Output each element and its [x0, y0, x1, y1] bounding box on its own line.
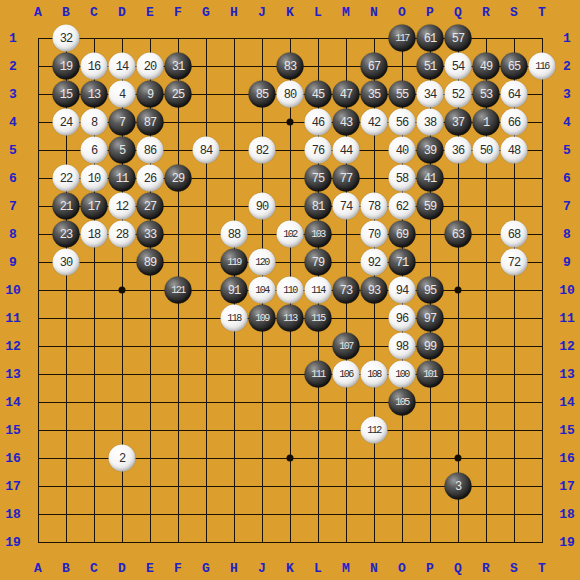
point-G19[interactable]	[192, 528, 220, 556]
point-C6[interactable]: 10	[80, 164, 108, 192]
point-H18[interactable]	[220, 500, 248, 528]
black-stone-F3[interactable]: 25	[165, 81, 192, 108]
point-F16[interactable]	[164, 444, 192, 472]
black-stone-D5[interactable]: 5	[109, 137, 136, 164]
white-stone-C4[interactable]: 8	[81, 109, 108, 136]
point-F2[interactable]: 31	[164, 52, 192, 80]
point-B4[interactable]: 24	[52, 108, 80, 136]
white-stone-S9[interactable]: 72	[501, 249, 528, 276]
white-stone-O11[interactable]: 96	[389, 305, 416, 332]
black-stone-J11[interactable]: 109	[249, 305, 276, 332]
point-N14[interactable]	[360, 388, 388, 416]
point-F9[interactable]	[164, 248, 192, 276]
point-A11[interactable]	[24, 304, 52, 332]
white-stone-Q2[interactable]: 54	[445, 53, 472, 80]
white-stone-H8[interactable]: 88	[221, 221, 248, 248]
point-S14[interactable]	[500, 388, 528, 416]
white-stone-H11[interactable]: 118	[221, 305, 248, 332]
white-stone-M5[interactable]: 44	[333, 137, 360, 164]
point-E18[interactable]	[136, 500, 164, 528]
point-B3[interactable]: 15	[52, 80, 80, 108]
point-K14[interactable]	[276, 388, 304, 416]
point-B13[interactable]	[52, 360, 80, 388]
point-D2[interactable]: 14	[108, 52, 136, 80]
point-Q13[interactable]	[444, 360, 472, 388]
point-M13[interactable]: 106	[332, 360, 360, 388]
point-J10[interactable]: 104	[248, 276, 276, 304]
point-L1[interactable]	[304, 24, 332, 52]
point-M8[interactable]	[332, 220, 360, 248]
point-L6[interactable]: 75	[304, 164, 332, 192]
black-stone-F2[interactable]: 31	[165, 53, 192, 80]
point-O7[interactable]: 62	[388, 192, 416, 220]
point-N3[interactable]: 35	[360, 80, 388, 108]
point-S3[interactable]: 64	[500, 80, 528, 108]
white-stone-D8[interactable]: 28	[109, 221, 136, 248]
point-S10[interactable]	[500, 276, 528, 304]
point-Q1[interactable]: 57	[444, 24, 472, 52]
point-R11[interactable]	[472, 304, 500, 332]
point-Q12[interactable]	[444, 332, 472, 360]
point-Q10[interactable]	[444, 276, 472, 304]
black-stone-N10[interactable]: 93	[361, 277, 388, 304]
point-E19[interactable]	[136, 528, 164, 556]
white-stone-C5[interactable]: 6	[81, 137, 108, 164]
point-J19[interactable]	[248, 528, 276, 556]
white-stone-B6[interactable]: 22	[53, 165, 80, 192]
black-stone-Q17[interactable]: 3	[445, 473, 472, 500]
white-stone-N9[interactable]: 92	[361, 249, 388, 276]
point-O14[interactable]: 105	[388, 388, 416, 416]
black-stone-O1[interactable]: 117	[389, 25, 416, 52]
point-A2[interactable]	[24, 52, 52, 80]
point-D17[interactable]	[108, 472, 136, 500]
point-M15[interactable]	[332, 416, 360, 444]
point-B10[interactable]	[52, 276, 80, 304]
point-C7[interactable]: 17	[80, 192, 108, 220]
point-T7[interactable]	[528, 192, 556, 220]
point-G4[interactable]	[192, 108, 220, 136]
point-M6[interactable]: 77	[332, 164, 360, 192]
point-R1[interactable]	[472, 24, 500, 52]
white-stone-P4[interactable]: 38	[417, 109, 444, 136]
point-C13[interactable]	[80, 360, 108, 388]
point-T6[interactable]	[528, 164, 556, 192]
point-P18[interactable]	[416, 500, 444, 528]
point-H12[interactable]	[220, 332, 248, 360]
black-stone-D4[interactable]: 7	[109, 109, 136, 136]
point-H6[interactable]	[220, 164, 248, 192]
point-S6[interactable]	[500, 164, 528, 192]
white-stone-L10[interactable]: 114	[305, 277, 332, 304]
point-H5[interactable]	[220, 136, 248, 164]
point-A16[interactable]	[24, 444, 52, 472]
white-stone-S4[interactable]: 66	[501, 109, 528, 136]
point-L3[interactable]: 45	[304, 80, 332, 108]
white-stone-C8[interactable]: 18	[81, 221, 108, 248]
point-M9[interactable]	[332, 248, 360, 276]
point-O12[interactable]: 98	[388, 332, 416, 360]
point-C11[interactable]	[80, 304, 108, 332]
point-E5[interactable]: 86	[136, 136, 164, 164]
point-H9[interactable]: 119	[220, 248, 248, 276]
point-D9[interactable]	[108, 248, 136, 276]
black-stone-Q4[interactable]: 37	[445, 109, 472, 136]
point-L14[interactable]	[304, 388, 332, 416]
point-N6[interactable]	[360, 164, 388, 192]
point-A1[interactable]	[24, 24, 52, 52]
point-T3[interactable]	[528, 80, 556, 108]
point-P9[interactable]	[416, 248, 444, 276]
black-stone-R2[interactable]: 49	[473, 53, 500, 80]
black-stone-M12[interactable]: 107	[333, 333, 360, 360]
white-stone-O5[interactable]: 40	[389, 137, 416, 164]
point-G10[interactable]	[192, 276, 220, 304]
point-R10[interactable]	[472, 276, 500, 304]
point-Q5[interactable]: 36	[444, 136, 472, 164]
point-G1[interactable]	[192, 24, 220, 52]
point-P1[interactable]: 61	[416, 24, 444, 52]
black-stone-R4[interactable]: 1	[473, 109, 500, 136]
point-P2[interactable]: 51	[416, 52, 444, 80]
point-L4[interactable]: 46	[304, 108, 332, 136]
point-K17[interactable]	[276, 472, 304, 500]
point-K11[interactable]: 113	[276, 304, 304, 332]
white-stone-N4[interactable]: 42	[361, 109, 388, 136]
point-R9[interactable]	[472, 248, 500, 276]
point-T17[interactable]	[528, 472, 556, 500]
point-L5[interactable]: 76	[304, 136, 332, 164]
white-stone-S5[interactable]: 48	[501, 137, 528, 164]
point-H19[interactable]	[220, 528, 248, 556]
point-O19[interactable]	[388, 528, 416, 556]
point-H8[interactable]: 88	[220, 220, 248, 248]
point-B16[interactable]	[52, 444, 80, 472]
point-N17[interactable]	[360, 472, 388, 500]
point-L10[interactable]: 114	[304, 276, 332, 304]
black-stone-L7[interactable]: 81	[305, 193, 332, 220]
point-J3[interactable]: 85	[248, 80, 276, 108]
point-J1[interactable]	[248, 24, 276, 52]
point-O1[interactable]: 117	[388, 24, 416, 52]
point-P15[interactable]	[416, 416, 444, 444]
point-M17[interactable]	[332, 472, 360, 500]
point-D12[interactable]	[108, 332, 136, 360]
point-K18[interactable]	[276, 500, 304, 528]
point-T12[interactable]	[528, 332, 556, 360]
point-E14[interactable]	[136, 388, 164, 416]
point-P5[interactable]: 39	[416, 136, 444, 164]
point-E6[interactable]: 26	[136, 164, 164, 192]
white-stone-P3[interactable]: 34	[417, 81, 444, 108]
point-B9[interactable]: 30	[52, 248, 80, 276]
point-M7[interactable]: 74	[332, 192, 360, 220]
point-G5[interactable]: 84	[192, 136, 220, 164]
point-J12[interactable]	[248, 332, 276, 360]
point-N18[interactable]	[360, 500, 388, 528]
black-stone-P6[interactable]: 41	[417, 165, 444, 192]
black-stone-M4[interactable]: 43	[333, 109, 360, 136]
point-K1[interactable]	[276, 24, 304, 52]
point-Q3[interactable]: 52	[444, 80, 472, 108]
point-G12[interactable]	[192, 332, 220, 360]
black-stone-M3[interactable]: 47	[333, 81, 360, 108]
point-C4[interactable]: 8	[80, 108, 108, 136]
point-T19[interactable]	[528, 528, 556, 556]
point-B8[interactable]: 23	[52, 220, 80, 248]
point-C9[interactable]	[80, 248, 108, 276]
point-L12[interactable]	[304, 332, 332, 360]
point-S11[interactable]	[500, 304, 528, 332]
point-N11[interactable]	[360, 304, 388, 332]
black-stone-K11[interactable]: 113	[277, 305, 304, 332]
point-D15[interactable]	[108, 416, 136, 444]
point-Q4[interactable]: 37	[444, 108, 472, 136]
white-stone-L5[interactable]: 76	[305, 137, 332, 164]
point-O6[interactable]: 58	[388, 164, 416, 192]
point-J8[interactable]	[248, 220, 276, 248]
point-C19[interactable]	[80, 528, 108, 556]
point-B7[interactable]: 21	[52, 192, 80, 220]
point-J2[interactable]	[248, 52, 276, 80]
point-E16[interactable]	[136, 444, 164, 472]
point-E11[interactable]	[136, 304, 164, 332]
black-stone-H10[interactable]: 91	[221, 277, 248, 304]
point-N1[interactable]	[360, 24, 388, 52]
point-O13[interactable]: 100	[388, 360, 416, 388]
point-N9[interactable]: 92	[360, 248, 388, 276]
point-L16[interactable]	[304, 444, 332, 472]
point-H7[interactable]	[220, 192, 248, 220]
point-R2[interactable]: 49	[472, 52, 500, 80]
point-C10[interactable]	[80, 276, 108, 304]
point-L2[interactable]	[304, 52, 332, 80]
white-stone-O12[interactable]: 98	[389, 333, 416, 360]
black-stone-L6[interactable]: 75	[305, 165, 332, 192]
point-Q8[interactable]: 63	[444, 220, 472, 248]
black-stone-M10[interactable]: 73	[333, 277, 360, 304]
point-D18[interactable]	[108, 500, 136, 528]
white-stone-K8[interactable]: 102	[277, 221, 304, 248]
point-A9[interactable]	[24, 248, 52, 276]
point-J16[interactable]	[248, 444, 276, 472]
point-K19[interactable]	[276, 528, 304, 556]
point-Q2[interactable]: 54	[444, 52, 472, 80]
point-J18[interactable]	[248, 500, 276, 528]
black-stone-P10[interactable]: 95	[417, 277, 444, 304]
point-F12[interactable]	[164, 332, 192, 360]
point-L13[interactable]: 111	[304, 360, 332, 388]
point-D10[interactable]	[108, 276, 136, 304]
black-stone-O3[interactable]: 55	[389, 81, 416, 108]
point-G3[interactable]	[192, 80, 220, 108]
point-B11[interactable]	[52, 304, 80, 332]
black-stone-P7[interactable]: 59	[417, 193, 444, 220]
point-F5[interactable]	[164, 136, 192, 164]
point-E4[interactable]: 87	[136, 108, 164, 136]
white-stone-N13[interactable]: 108	[361, 361, 388, 388]
point-D8[interactable]: 28	[108, 220, 136, 248]
point-B12[interactable]	[52, 332, 80, 360]
point-B1[interactable]: 32	[52, 24, 80, 52]
point-L8[interactable]: 103	[304, 220, 332, 248]
point-S5[interactable]: 48	[500, 136, 528, 164]
point-H16[interactable]	[220, 444, 248, 472]
point-R19[interactable]	[472, 528, 500, 556]
point-S1[interactable]	[500, 24, 528, 52]
point-A18[interactable]	[24, 500, 52, 528]
point-R8[interactable]	[472, 220, 500, 248]
white-stone-O7[interactable]: 62	[389, 193, 416, 220]
point-A14[interactable]	[24, 388, 52, 416]
black-stone-E4[interactable]: 87	[137, 109, 164, 136]
white-stone-L4[interactable]: 46	[305, 109, 332, 136]
point-P7[interactable]: 59	[416, 192, 444, 220]
point-A15[interactable]	[24, 416, 52, 444]
point-K15[interactable]	[276, 416, 304, 444]
point-N8[interactable]: 70	[360, 220, 388, 248]
point-D1[interactable]	[108, 24, 136, 52]
point-R5[interactable]: 50	[472, 136, 500, 164]
black-stone-O8[interactable]: 69	[389, 221, 416, 248]
point-S7[interactable]	[500, 192, 528, 220]
point-K12[interactable]	[276, 332, 304, 360]
point-E2[interactable]: 20	[136, 52, 164, 80]
white-stone-J7[interactable]: 90	[249, 193, 276, 220]
point-R16[interactable]	[472, 444, 500, 472]
point-P4[interactable]: 38	[416, 108, 444, 136]
black-stone-P2[interactable]: 51	[417, 53, 444, 80]
point-H10[interactable]: 91	[220, 276, 248, 304]
point-A5[interactable]	[24, 136, 52, 164]
point-N16[interactable]	[360, 444, 388, 472]
point-G6[interactable]	[192, 164, 220, 192]
point-N5[interactable]	[360, 136, 388, 164]
point-P6[interactable]: 41	[416, 164, 444, 192]
black-stone-B2[interactable]: 19	[53, 53, 80, 80]
white-stone-T2[interactable]: 116	[529, 53, 556, 80]
point-J4[interactable]	[248, 108, 276, 136]
white-stone-E6[interactable]: 26	[137, 165, 164, 192]
point-K8[interactable]: 102	[276, 220, 304, 248]
white-stone-Q5[interactable]: 36	[445, 137, 472, 164]
point-E10[interactable]	[136, 276, 164, 304]
point-D6[interactable]: 11	[108, 164, 136, 192]
point-F4[interactable]	[164, 108, 192, 136]
point-A4[interactable]	[24, 108, 52, 136]
point-L7[interactable]: 81	[304, 192, 332, 220]
point-M5[interactable]: 44	[332, 136, 360, 164]
point-G13[interactable]	[192, 360, 220, 388]
point-P17[interactable]	[416, 472, 444, 500]
point-T4[interactable]	[528, 108, 556, 136]
point-S13[interactable]	[500, 360, 528, 388]
point-R7[interactable]	[472, 192, 500, 220]
point-S8[interactable]: 68	[500, 220, 528, 248]
black-stone-E8[interactable]: 33	[137, 221, 164, 248]
point-E7[interactable]: 27	[136, 192, 164, 220]
white-stone-J5[interactable]: 82	[249, 137, 276, 164]
point-K3[interactable]: 80	[276, 80, 304, 108]
point-T18[interactable]	[528, 500, 556, 528]
black-stone-L8[interactable]: 103	[305, 221, 332, 248]
point-K10[interactable]: 110	[276, 276, 304, 304]
black-stone-H9[interactable]: 119	[221, 249, 248, 276]
point-S18[interactable]	[500, 500, 528, 528]
point-O9[interactable]: 71	[388, 248, 416, 276]
point-K7[interactable]	[276, 192, 304, 220]
white-stone-E2[interactable]: 20	[137, 53, 164, 80]
point-G18[interactable]	[192, 500, 220, 528]
white-stone-M13[interactable]: 106	[333, 361, 360, 388]
point-T5[interactable]	[528, 136, 556, 164]
point-R13[interactable]	[472, 360, 500, 388]
point-Q18[interactable]	[444, 500, 472, 528]
point-P10[interactable]: 95	[416, 276, 444, 304]
point-G8[interactable]	[192, 220, 220, 248]
point-G7[interactable]	[192, 192, 220, 220]
point-O8[interactable]: 69	[388, 220, 416, 248]
point-M12[interactable]: 107	[332, 332, 360, 360]
point-S16[interactable]	[500, 444, 528, 472]
point-T15[interactable]	[528, 416, 556, 444]
point-B19[interactable]	[52, 528, 80, 556]
black-stone-L13[interactable]: 111	[305, 361, 332, 388]
black-stone-L3[interactable]: 45	[305, 81, 332, 108]
black-stone-E7[interactable]: 27	[137, 193, 164, 220]
point-T11[interactable]	[528, 304, 556, 332]
white-stone-D7[interactable]: 12	[109, 193, 136, 220]
point-E1[interactable]	[136, 24, 164, 52]
point-H17[interactable]	[220, 472, 248, 500]
point-S19[interactable]	[500, 528, 528, 556]
point-M4[interactable]: 43	[332, 108, 360, 136]
point-M3[interactable]: 47	[332, 80, 360, 108]
point-J11[interactable]: 109	[248, 304, 276, 332]
point-A17[interactable]	[24, 472, 52, 500]
black-stone-B7[interactable]: 21	[53, 193, 80, 220]
point-J6[interactable]	[248, 164, 276, 192]
point-O16[interactable]	[388, 444, 416, 472]
black-stone-P13[interactable]: 101	[417, 361, 444, 388]
point-L15[interactable]	[304, 416, 332, 444]
white-stone-K10[interactable]: 110	[277, 277, 304, 304]
point-N15[interactable]: 112	[360, 416, 388, 444]
point-F19[interactable]	[164, 528, 192, 556]
black-stone-C3[interactable]: 13	[81, 81, 108, 108]
white-stone-C6[interactable]: 10	[81, 165, 108, 192]
point-A12[interactable]	[24, 332, 52, 360]
point-O4[interactable]: 56	[388, 108, 416, 136]
point-C12[interactable]	[80, 332, 108, 360]
point-M14[interactable]	[332, 388, 360, 416]
point-M2[interactable]	[332, 52, 360, 80]
point-D19[interactable]	[108, 528, 136, 556]
black-stone-P5[interactable]: 39	[417, 137, 444, 164]
white-stone-E5[interactable]: 86	[137, 137, 164, 164]
point-R4[interactable]: 1	[472, 108, 500, 136]
point-G15[interactable]	[192, 416, 220, 444]
black-stone-B3[interactable]: 15	[53, 81, 80, 108]
point-O2[interactable]	[388, 52, 416, 80]
point-K16[interactable]	[276, 444, 304, 472]
white-stone-B4[interactable]: 24	[53, 109, 80, 136]
black-stone-Q8[interactable]: 63	[445, 221, 472, 248]
point-E15[interactable]	[136, 416, 164, 444]
point-D5[interactable]: 5	[108, 136, 136, 164]
point-C16[interactable]	[80, 444, 108, 472]
point-S15[interactable]	[500, 416, 528, 444]
